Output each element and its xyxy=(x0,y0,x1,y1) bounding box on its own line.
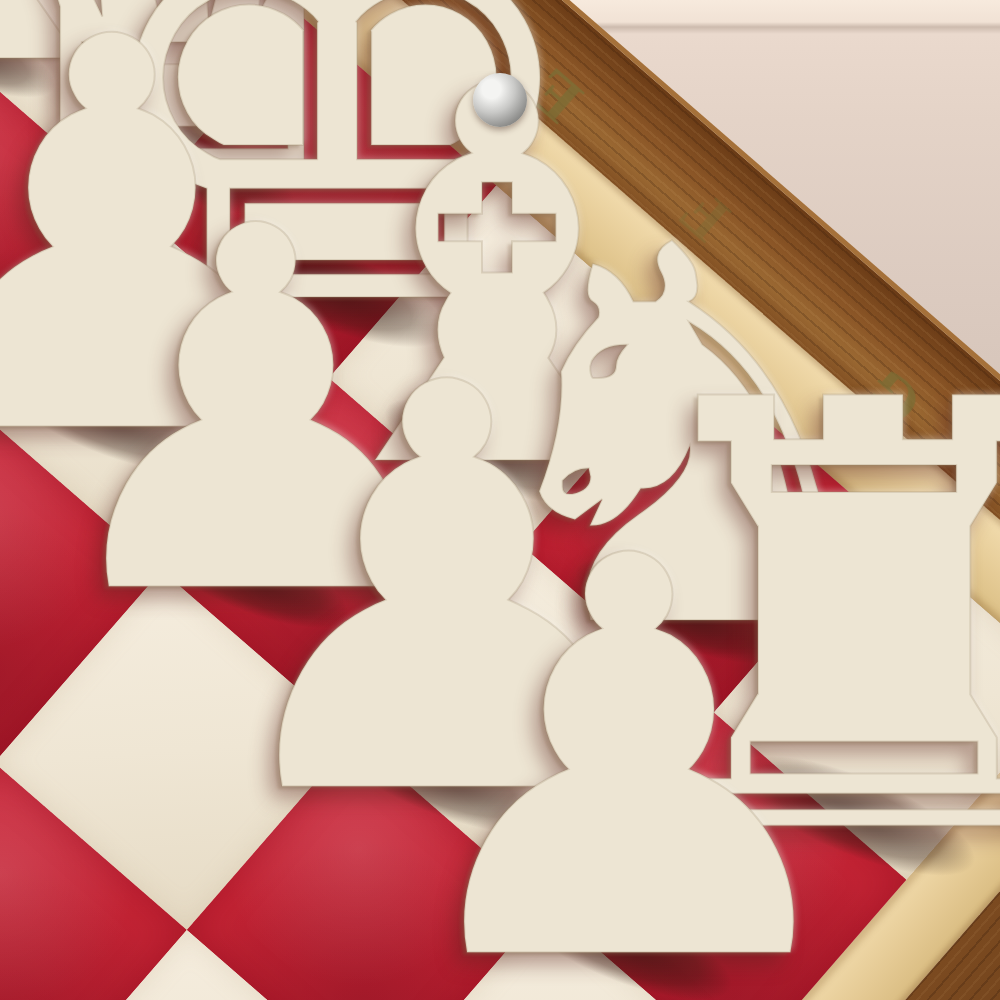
bishop-silver-finial-f1 xyxy=(473,73,527,127)
board-photo-scene: Chess board close-up photograph EFG ♝♛♚♟… xyxy=(0,0,1000,1000)
white-pawn-h2[interactable]: ♟ xyxy=(354,487,904,1000)
